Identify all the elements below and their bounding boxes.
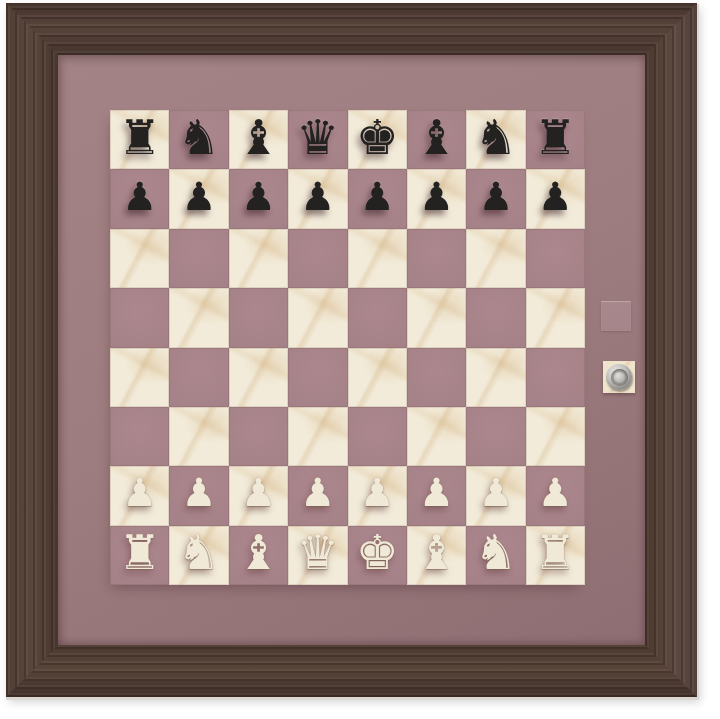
square-g3[interactable] xyxy=(466,407,525,466)
square-d7[interactable]: ♟ xyxy=(288,169,347,228)
piece-white-knight[interactable]: ♞ xyxy=(474,528,517,576)
piece-black-rook[interactable]: ♜ xyxy=(534,113,577,161)
piece-black-knight[interactable]: ♞ xyxy=(474,113,517,161)
knob-plate xyxy=(603,361,635,393)
piece-white-pawn[interactable]: ♟ xyxy=(478,473,513,512)
square-a8[interactable]: ♜ xyxy=(110,110,169,169)
piece-white-bishop[interactable]: ♝ xyxy=(415,528,458,576)
piece-white-pawn[interactable]: ♟ xyxy=(182,473,217,512)
piece-white-pawn[interactable]: ♟ xyxy=(538,473,573,512)
square-a5[interactable] xyxy=(110,288,169,347)
frame-right-rail xyxy=(645,3,697,697)
square-b5[interactable] xyxy=(169,288,228,347)
piece-black-king[interactable]: ♚ xyxy=(356,113,399,161)
square-h1[interactable]: ♜ xyxy=(526,526,585,585)
square-c2[interactable]: ♟ xyxy=(229,466,288,525)
piece-black-pawn[interactable]: ♟ xyxy=(241,177,276,216)
piece-white-rook[interactable]: ♜ xyxy=(118,528,161,576)
piece-white-rook[interactable]: ♜ xyxy=(534,528,577,576)
square-e4[interactable] xyxy=(348,348,407,407)
square-h6[interactable] xyxy=(526,229,585,288)
square-g2[interactable]: ♟ xyxy=(466,466,525,525)
square-c5[interactable] xyxy=(229,288,288,347)
square-g1[interactable]: ♞ xyxy=(466,526,525,585)
piece-black-rook[interactable]: ♜ xyxy=(118,113,161,161)
product-photo-chess-board: ♜♞♝♛♚♝♞♜♟♟♟♟♟♟♟♟♟♟♟♟♟♟♟♟♜♞♝♛♚♝♞♜ xyxy=(0,0,720,719)
piece-white-bishop[interactable]: ♝ xyxy=(237,528,280,576)
square-a3[interactable] xyxy=(110,407,169,466)
square-c6[interactable] xyxy=(229,229,288,288)
square-f2[interactable]: ♟ xyxy=(407,466,466,525)
square-g4[interactable] xyxy=(466,348,525,407)
square-e8[interactable]: ♚ xyxy=(348,110,407,169)
knob-core xyxy=(614,372,625,383)
recessed-square-slot xyxy=(601,301,631,331)
square-e5[interactable] xyxy=(348,288,407,347)
piece-white-pawn[interactable]: ♟ xyxy=(300,473,335,512)
square-d4[interactable] xyxy=(288,348,347,407)
piece-black-bishop[interactable]: ♝ xyxy=(237,113,280,161)
piece-white-knight[interactable]: ♞ xyxy=(178,528,221,576)
square-g5[interactable] xyxy=(466,288,525,347)
board: ♜♞♝♛♚♝♞♜♟♟♟♟♟♟♟♟♟♟♟♟♟♟♟♟♜♞♝♛♚♝♞♜ xyxy=(110,110,585,585)
piece-black-pawn[interactable]: ♟ xyxy=(478,177,513,216)
square-a2[interactable]: ♟ xyxy=(110,466,169,525)
square-h7[interactable]: ♟ xyxy=(526,169,585,228)
piece-white-pawn[interactable]: ♟ xyxy=(122,473,157,512)
square-b3[interactable] xyxy=(169,407,228,466)
square-f6[interactable] xyxy=(407,229,466,288)
square-e3[interactable] xyxy=(348,407,407,466)
piece-white-queen[interactable]: ♛ xyxy=(296,528,339,576)
square-h8[interactable]: ♜ xyxy=(526,110,585,169)
piece-black-pawn[interactable]: ♟ xyxy=(538,177,573,216)
square-g8[interactable]: ♞ xyxy=(466,110,525,169)
square-f3[interactable] xyxy=(407,407,466,466)
square-d2[interactable]: ♟ xyxy=(288,466,347,525)
piece-black-pawn[interactable]: ♟ xyxy=(122,177,157,216)
square-a6[interactable] xyxy=(110,229,169,288)
square-e1[interactable]: ♚ xyxy=(348,526,407,585)
piece-black-pawn[interactable]: ♟ xyxy=(419,177,454,216)
square-h2[interactable]: ♟ xyxy=(526,466,585,525)
piece-black-pawn[interactable]: ♟ xyxy=(360,177,395,216)
square-h5[interactable] xyxy=(526,288,585,347)
piece-black-knight[interactable]: ♞ xyxy=(178,113,221,161)
winding-knob-icon[interactable] xyxy=(606,364,632,390)
square-g6[interactable] xyxy=(466,229,525,288)
square-e7[interactable]: ♟ xyxy=(348,169,407,228)
square-a4[interactable] xyxy=(110,348,169,407)
square-d3[interactable] xyxy=(288,407,347,466)
piece-white-pawn[interactable]: ♟ xyxy=(360,473,395,512)
frame-top-rail xyxy=(6,3,697,55)
piece-white-pawn[interactable]: ♟ xyxy=(241,473,276,512)
piece-black-pawn[interactable]: ♟ xyxy=(300,177,335,216)
square-e2[interactable]: ♟ xyxy=(348,466,407,525)
piece-black-queen[interactable]: ♛ xyxy=(296,113,339,161)
square-a7[interactable]: ♟ xyxy=(110,169,169,228)
square-g7[interactable]: ♟ xyxy=(466,169,525,228)
knob-ring xyxy=(611,369,628,386)
piece-black-pawn[interactable]: ♟ xyxy=(182,177,217,216)
frame-left-rail xyxy=(6,3,58,697)
piece-white-king[interactable]: ♚ xyxy=(356,528,399,576)
square-c4[interactable] xyxy=(229,348,288,407)
square-f8[interactable]: ♝ xyxy=(407,110,466,169)
square-h4[interactable] xyxy=(526,348,585,407)
square-b6[interactable] xyxy=(169,229,228,288)
square-b7[interactable]: ♟ xyxy=(169,169,228,228)
square-h3[interactable] xyxy=(526,407,585,466)
square-c8[interactable]: ♝ xyxy=(229,110,288,169)
square-a1[interactable]: ♜ xyxy=(110,526,169,585)
square-b4[interactable] xyxy=(169,348,228,407)
frame-bottom-rail xyxy=(6,645,697,697)
piece-black-bishop[interactable]: ♝ xyxy=(415,113,458,161)
square-d8[interactable]: ♛ xyxy=(288,110,347,169)
square-f7[interactable]: ♟ xyxy=(407,169,466,228)
square-b2[interactable]: ♟ xyxy=(169,466,228,525)
square-e6[interactable] xyxy=(348,229,407,288)
square-c7[interactable]: ♟ xyxy=(229,169,288,228)
square-d5[interactable] xyxy=(288,288,347,347)
square-c3[interactable] xyxy=(229,407,288,466)
square-d6[interactable] xyxy=(288,229,347,288)
square-d1[interactable]: ♛ xyxy=(288,526,347,585)
square-f5[interactable] xyxy=(407,288,466,347)
square-b8[interactable]: ♞ xyxy=(169,110,228,169)
square-f4[interactable] xyxy=(407,348,466,407)
piece-white-pawn[interactable]: ♟ xyxy=(419,473,454,512)
square-b1[interactable]: ♞ xyxy=(169,526,228,585)
square-c1[interactable]: ♝ xyxy=(229,526,288,585)
square-f1[interactable]: ♝ xyxy=(407,526,466,585)
